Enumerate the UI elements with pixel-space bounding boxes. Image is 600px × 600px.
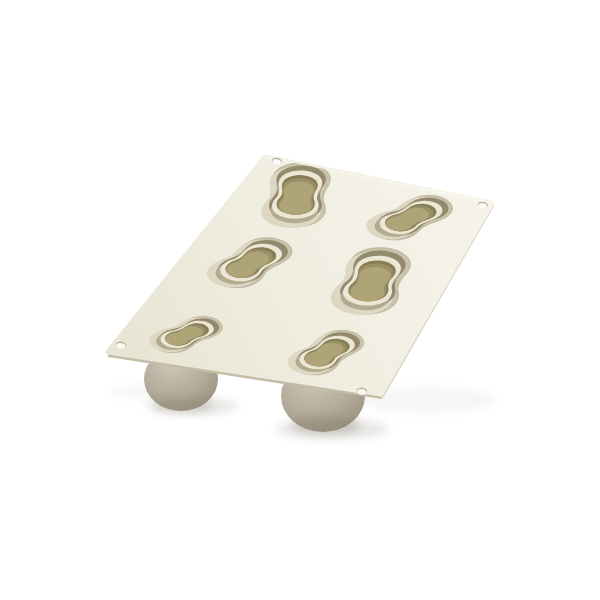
product-photo-stage: Beige silicone baking mold with six figu…: [0, 0, 600, 600]
silicone-mold-photo: Beige silicone baking mold with six figu…: [0, 0, 600, 600]
